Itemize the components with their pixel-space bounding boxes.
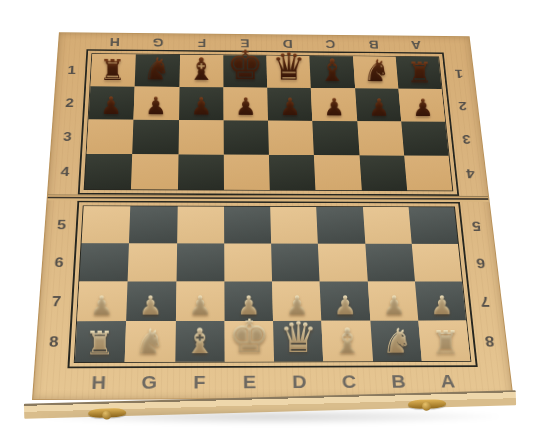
rank-label-right-3: 3 [461, 133, 471, 145]
square-c2[interactable]: ♟ [311, 88, 357, 121]
file-label-bottom-f: F [193, 373, 206, 391]
piece-light-pawn-h7[interactable]: ♟ [90, 292, 114, 318]
piece-light-king-e8[interactable]: ♚ [228, 313, 270, 359]
square-d5[interactable] [270, 207, 318, 244]
square-g1[interactable]: ♞ [135, 54, 180, 87]
square-h2[interactable]: ♟ [89, 86, 135, 120]
piece-light-rook-h8[interactable]: ♜ [85, 327, 115, 360]
square-a2[interactable]: ♟ [398, 89, 445, 122]
rank-label-left-7: 7 [51, 294, 62, 308]
square-c5[interactable] [316, 207, 364, 244]
square-f7[interactable]: ♟ [175, 282, 224, 321]
piece-dark-pawn-e2[interactable]: ♟ [235, 94, 257, 118]
square-g2[interactable]: ♟ [134, 87, 179, 120]
rank-label-left-4: 4 [60, 165, 70, 178]
rank-label-right-7: 7 [479, 294, 490, 308]
square-g8[interactable]: ♞ [125, 321, 176, 362]
square-c6[interactable] [318, 244, 367, 282]
file-label-bottom-h: H [91, 374, 107, 392]
rank-label-right-8: 8 [484, 333, 495, 348]
square-b5[interactable] [362, 207, 411, 244]
square-e1[interactable]: ♚ [223, 55, 267, 87]
file-label-bottom-d: D [292, 373, 307, 391]
piece-dark-pawn-g2[interactable]: ♟ [145, 94, 167, 118]
square-f1[interactable]: ♝ [179, 55, 223, 87]
square-c8[interactable]: ♝ [322, 321, 373, 362]
board-half-bottom: ♟♟♟♟♟♟♟♟♜♞♝♚♛♝♞♜ [67, 201, 477, 369]
rank-label-right-4: 4 [465, 167, 475, 180]
piece-dark-pawn-c2[interactable]: ♟ [324, 95, 345, 119]
piece-light-knight-b8[interactable]: ♞ [381, 324, 412, 358]
square-c3[interactable] [313, 121, 360, 155]
square-e8[interactable]: ♚ [224, 321, 274, 362]
square-b6[interactable] [365, 244, 415, 282]
rank-label-right-1: 1 [454, 67, 464, 79]
square-h5[interactable] [82, 206, 131, 243]
piece-dark-knight-g1[interactable]: ♞ [143, 54, 171, 85]
square-b8[interactable]: ♞ [370, 321, 422, 362]
square-b7[interactable]: ♟ [367, 282, 418, 321]
square-d4[interactable] [269, 155, 316, 190]
chess-board: ♜♞♝♚♛♝♞♜♟♟♟♟♟♟♟♟♟♟♟♟♟♟♟♟♜♞♝♚♛♝♞♜HHGGFFEE… [32, 32, 514, 400]
piece-dark-pawn-f2[interactable]: ♟ [190, 94, 212, 118]
square-f2[interactable]: ♟ [179, 87, 224, 120]
file-label-top-b: B [368, 39, 379, 50]
square-b4[interactable] [359, 155, 407, 190]
square-e5[interactable] [224, 207, 271, 244]
square-h6[interactable] [79, 243, 129, 281]
file-label-top-a: A [410, 39, 421, 50]
piece-dark-queen-d1[interactable]: ♛ [272, 48, 306, 86]
piece-light-bishop-f8[interactable]: ♝ [184, 325, 215, 360]
square-d1[interactable]: ♛ [266, 56, 311, 88]
piece-light-bishop-c8[interactable]: ♝ [332, 324, 363, 358]
piece-dark-pawn-h2[interactable]: ♟ [100, 93, 122, 117]
square-h4[interactable] [85, 154, 133, 190]
square-c4[interactable] [314, 155, 361, 190]
rank-label-left-1: 1 [67, 64, 77, 76]
square-d3[interactable] [268, 121, 314, 155]
rank-label-left-3: 3 [63, 130, 73, 142]
file-label-top-f: F [197, 37, 206, 48]
piece-light-pawn-b7[interactable]: ♟ [382, 292, 405, 318]
square-b2[interactable]: ♟ [355, 88, 401, 121]
square-f4[interactable] [178, 154, 224, 189]
square-a5[interactable] [408, 207, 458, 244]
piece-light-queen-d8[interactable]: ♛ [280, 317, 318, 359]
square-h1[interactable]: ♜ [90, 54, 136, 87]
rank-label-right-5: 5 [471, 219, 482, 232]
piece-light-pawn-c7[interactable]: ♟ [334, 292, 357, 318]
square-h3[interactable] [87, 120, 134, 155]
square-f3[interactable] [178, 120, 223, 154]
piece-dark-pawn-b2[interactable]: ♟ [368, 95, 389, 119]
square-d2[interactable]: ♟ [267, 88, 312, 121]
rank-label-left-8: 8 [49, 334, 60, 349]
square-f5[interactable] [177, 206, 224, 243]
file-label-top-c: C [325, 38, 336, 49]
square-d6[interactable] [271, 244, 320, 282]
rank-label-right-6: 6 [475, 256, 486, 270]
piece-dark-rook-a1[interactable]: ♜ [407, 58, 433, 87]
file-label-top-h: H [109, 36, 120, 47]
square-g5[interactable] [129, 206, 177, 243]
square-a4[interactable] [404, 155, 452, 190]
square-g7[interactable]: ♟ [126, 282, 176, 322]
square-g3[interactable] [132, 120, 178, 154]
square-f8[interactable]: ♝ [175, 321, 225, 362]
piece-dark-pawn-a2[interactable]: ♟ [412, 96, 433, 120]
chess-box-photo: ♜♞♝♚♛♝♞♜♟♟♟♟♟♟♟♟♟♟♟♟♟♟♟♟♜♞♝♚♛♝♞♜HHGGFFEE… [0, 0, 540, 433]
square-c7[interactable]: ♟ [320, 282, 370, 321]
square-e4[interactable] [224, 155, 270, 190]
piece-dark-king-e1[interactable]: ♚ [227, 44, 264, 85]
square-g4[interactable] [131, 154, 178, 189]
piece-dark-knight-b1[interactable]: ♞ [363, 56, 390, 87]
square-h7[interactable]: ♟ [77, 282, 128, 322]
brass-latch-right-icon [408, 399, 446, 409]
rank-label-right-2: 2 [457, 99, 467, 111]
ground-shadow [30, 411, 510, 425]
file-label-bottom-g: G [141, 373, 158, 391]
file-label-bottom-c: C [341, 373, 357, 391]
piece-dark-bishop-c1[interactable]: ♝ [319, 55, 346, 86]
piece-light-pawn-g7[interactable]: ♟ [139, 292, 163, 318]
square-b1[interactable]: ♞ [353, 56, 399, 88]
square-a1[interactable]: ♜ [395, 57, 441, 89]
file-label-bottom-a: A [440, 372, 456, 390]
rank-label-left-2: 2 [65, 97, 75, 109]
file-label-bottom-b: B [391, 373, 407, 391]
square-e2[interactable]: ♟ [223, 87, 268, 120]
square-a8[interactable]: ♜ [418, 321, 470, 361]
board-half-top: ♜♞♝♚♛♝♞♜♟♟♟♟♟♟♟♟ [78, 49, 459, 196]
square-f6[interactable] [176, 243, 224, 281]
square-b3[interactable] [357, 121, 404, 155]
piece-dark-bishop-f1[interactable]: ♝ [187, 54, 215, 85]
square-g6[interactable] [128, 243, 177, 281]
square-h8[interactable]: ♜ [75, 321, 127, 362]
square-a3[interactable] [401, 122, 449, 156]
piece-light-knight-g8[interactable]: ♞ [134, 325, 165, 360]
piece-light-pawn-a7[interactable]: ♟ [430, 292, 453, 318]
piece-light-rook-a8[interactable]: ♜ [431, 326, 460, 358]
piece-dark-rook-h1[interactable]: ♜ [100, 55, 126, 84]
square-a6[interactable] [411, 244, 461, 282]
squares-grid-top: ♜♞♝♚♛♝♞♜♟♟♟♟♟♟♟♟ [84, 53, 454, 191]
rank-label-left-5: 5 [57, 218, 67, 231]
squares-grid-bottom: ♟♟♟♟♟♟♟♟♜♞♝♚♛♝♞♜ [74, 205, 472, 363]
square-e6[interactable] [224, 243, 272, 281]
piece-light-pawn-f7[interactable]: ♟ [188, 292, 212, 318]
square-e3[interactable] [223, 120, 268, 154]
square-a7[interactable]: ♟ [415, 282, 466, 321]
square-c1[interactable]: ♝ [310, 56, 355, 88]
piece-dark-pawn-d2[interactable]: ♟ [279, 95, 301, 119]
file-label-bottom-e: E [243, 373, 257, 391]
rank-label-left-6: 6 [54, 255, 64, 269]
square-d8[interactable]: ♛ [273, 321, 323, 362]
file-label-top-g: G [152, 36, 163, 47]
